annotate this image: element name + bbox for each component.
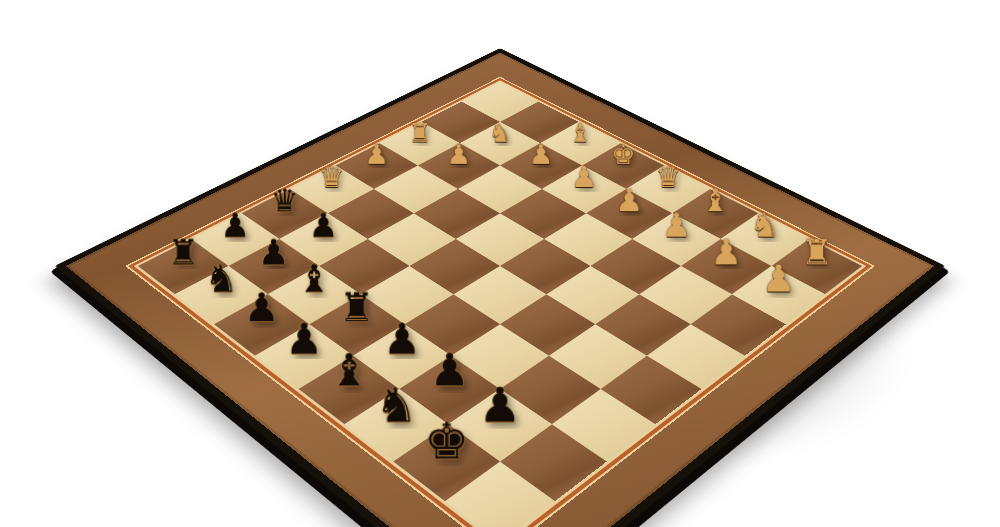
- light-rook[interactable]: ♜: [408, 120, 431, 145]
- dark-king[interactable]: ♚: [424, 416, 469, 467]
- dark-knight[interactable]: ♞: [375, 381, 418, 429]
- dark-pawn[interactable]: ♟: [220, 209, 250, 242]
- light-pawn[interactable]: ♟: [762, 261, 795, 298]
- dark-pawn[interactable]: ♟: [479, 381, 522, 429]
- light-knight[interactable]: ♞: [750, 209, 780, 242]
- board-square[interactable]: [456, 213, 544, 266]
- dark-pawn[interactable]: ♟: [285, 318, 323, 360]
- light-pawn[interactable]: ♟: [615, 186, 643, 217]
- board-square[interactable]: [414, 189, 500, 239]
- dark-bishop[interactable]: ♝: [298, 261, 331, 298]
- light-king[interactable]: ♚: [611, 141, 635, 168]
- light-queen[interactable]: ♛: [655, 163, 681, 192]
- board-square[interactable]: ♟: [500, 143, 582, 189]
- scene: ♝♚♛♝♞♜♞♟♟♟♟♟♟♜♟♟♛♛♟♟♟♝♜♟♟♟♜♞♟♟♝♞♚: [0, 0, 1000, 527]
- light-bishop[interactable]: ♝: [702, 186, 730, 217]
- dark-rook[interactable]: ♜: [339, 288, 375, 328]
- light-pawn[interactable]: ♟: [571, 163, 597, 192]
- light-pawn[interactable]: ♟: [711, 234, 742, 269]
- dark-pawn[interactable]: ♟: [430, 349, 470, 394]
- light-pawn[interactable]: ♟: [447, 141, 471, 168]
- dark-pawn[interactable]: ♟: [383, 318, 421, 360]
- light-pawn[interactable]: ♟: [365, 141, 389, 168]
- dark-bishop[interactable]: ♝: [329, 349, 369, 394]
- dark-queen[interactable]: ♛: [271, 186, 299, 217]
- dark-pawn[interactable]: ♟: [258, 234, 289, 269]
- dark-pawn[interactable]: ♟: [244, 288, 280, 328]
- dark-knight[interactable]: ♞: [205, 261, 238, 298]
- light-knight[interactable]: ♞: [489, 120, 512, 145]
- light-pawn[interactable]: ♟: [662, 209, 692, 242]
- dark-rook[interactable]: ♜: [167, 234, 198, 269]
- light-pawn[interactable]: ♟: [529, 141, 553, 168]
- dark-pawn[interactable]: ♟: [309, 209, 339, 242]
- light-queen[interactable]: ♛: [319, 163, 345, 192]
- light-rook[interactable]: ♜: [801, 234, 832, 269]
- light-bishop[interactable]: ♝: [569, 120, 592, 145]
